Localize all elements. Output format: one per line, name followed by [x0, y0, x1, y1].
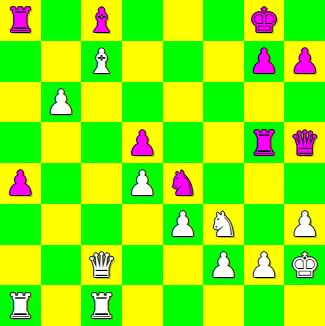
square-d1[interactable] — [122, 285, 163, 326]
black-knight-piece[interactable]: ♞ — [168, 166, 198, 200]
square-h7[interactable]: ♟ — [284, 41, 325, 82]
black-pawn-piece[interactable]: ♟ — [127, 126, 157, 160]
black-queen-piece[interactable]: ♛ — [289, 126, 319, 160]
square-d6[interactable] — [122, 82, 163, 123]
black-pawn-piece[interactable]: ♟ — [5, 166, 35, 200]
square-h1[interactable] — [284, 285, 325, 326]
square-d7[interactable] — [122, 41, 163, 82]
black-pawn-piece[interactable]: ♟ — [249, 44, 279, 78]
square-a4[interactable]: ♟ — [0, 163, 41, 204]
square-c4[interactable] — [81, 163, 122, 204]
square-f7[interactable] — [203, 41, 244, 82]
chess-board: ♜♝♚♝♟♟♟♟♜♛♟♟♞♟♞♟♛♟♟♚♜♜ — [0, 0, 325, 326]
black-rook-piece[interactable]: ♜ — [249, 126, 279, 160]
white-pawn-piece[interactable]: ♟ — [249, 248, 279, 282]
white-pawn-piece[interactable]: ♟ — [289, 207, 319, 241]
square-h3[interactable]: ♟ — [284, 204, 325, 245]
square-c6[interactable] — [81, 82, 122, 123]
square-a5[interactable] — [0, 122, 41, 163]
white-queen-piece[interactable]: ♛ — [86, 248, 116, 282]
square-f6[interactable] — [203, 82, 244, 123]
square-d2[interactable] — [122, 245, 163, 286]
square-e2[interactable] — [163, 245, 204, 286]
white-king-piece[interactable]: ♚ — [289, 248, 319, 282]
square-g2[interactable]: ♟ — [244, 245, 285, 286]
square-g6[interactable] — [244, 82, 285, 123]
square-h6[interactable] — [284, 82, 325, 123]
white-knight-piece[interactable]: ♞ — [208, 207, 238, 241]
square-d5[interactable]: ♟ — [122, 122, 163, 163]
white-pawn-piece[interactable]: ♟ — [46, 85, 76, 119]
square-c2[interactable]: ♛ — [81, 245, 122, 286]
square-b1[interactable] — [41, 285, 82, 326]
white-rook-piece[interactable]: ♜ — [5, 289, 35, 323]
square-e8[interactable] — [163, 0, 204, 41]
square-f8[interactable] — [203, 0, 244, 41]
square-c3[interactable] — [81, 204, 122, 245]
square-c5[interactable] — [81, 122, 122, 163]
square-a8[interactable]: ♜ — [0, 0, 41, 41]
black-pawn-piece[interactable]: ♟ — [289, 44, 319, 78]
chess-board-window: ♜♝♚♝♟♟♟♟♜♛♟♟♞♟♞♟♛♟♟♚♜♜ — [0, 0, 325, 326]
square-b4[interactable] — [41, 163, 82, 204]
square-d3[interactable] — [122, 204, 163, 245]
square-d8[interactable] — [122, 0, 163, 41]
square-b3[interactable] — [41, 204, 82, 245]
white-pawn-piece[interactable]: ♟ — [208, 248, 238, 282]
square-g3[interactable] — [244, 204, 285, 245]
square-h5[interactable]: ♛ — [284, 122, 325, 163]
square-h4[interactable] — [284, 163, 325, 204]
square-g7[interactable]: ♟ — [244, 41, 285, 82]
white-pawn-piece[interactable]: ♟ — [127, 166, 157, 200]
square-b8[interactable] — [41, 0, 82, 41]
square-c8[interactable]: ♝ — [81, 0, 122, 41]
square-h2[interactable]: ♚ — [284, 245, 325, 286]
square-e3[interactable]: ♟ — [163, 204, 204, 245]
white-rook-piece[interactable]: ♜ — [86, 289, 116, 323]
black-bishop-piece[interactable]: ♝ — [86, 3, 116, 37]
square-f3[interactable]: ♞ — [203, 204, 244, 245]
square-c7[interactable]: ♝ — [81, 41, 122, 82]
square-b5[interactable] — [41, 122, 82, 163]
square-a6[interactable] — [0, 82, 41, 123]
square-b6[interactable]: ♟ — [41, 82, 82, 123]
black-rook-piece[interactable]: ♜ — [5, 3, 35, 37]
square-f1[interactable] — [203, 285, 244, 326]
square-c1[interactable]: ♜ — [81, 285, 122, 326]
square-h8[interactable] — [284, 0, 325, 41]
square-e5[interactable] — [163, 122, 204, 163]
square-f5[interactable] — [203, 122, 244, 163]
square-e4[interactable]: ♞ — [163, 163, 204, 204]
square-e7[interactable] — [163, 41, 204, 82]
square-e1[interactable] — [163, 285, 204, 326]
square-g8[interactable]: ♚ — [244, 0, 285, 41]
square-g4[interactable] — [244, 163, 285, 204]
white-bishop-piece[interactable]: ♝ — [86, 44, 116, 78]
square-e6[interactable] — [163, 82, 204, 123]
square-g1[interactable] — [244, 285, 285, 326]
black-king-piece[interactable]: ♚ — [249, 3, 279, 37]
square-a1[interactable]: ♜ — [0, 285, 41, 326]
square-a7[interactable] — [0, 41, 41, 82]
square-a3[interactable] — [0, 204, 41, 245]
square-b7[interactable] — [41, 41, 82, 82]
square-d4[interactable]: ♟ — [122, 163, 163, 204]
white-pawn-piece[interactable]: ♟ — [168, 207, 198, 241]
square-a2[interactable] — [0, 245, 41, 286]
square-b2[interactable] — [41, 245, 82, 286]
square-f2[interactable]: ♟ — [203, 245, 244, 286]
square-f4[interactable] — [203, 163, 244, 204]
square-g5[interactable]: ♜ — [244, 122, 285, 163]
